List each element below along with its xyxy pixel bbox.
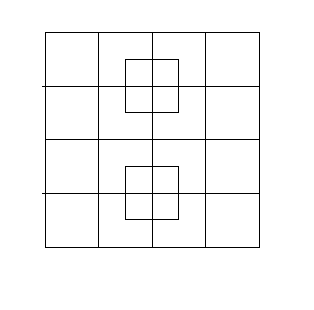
diagram-canvas	[0, 0, 314, 310]
grid-cell-r3-c1	[46, 140, 99, 194]
grid-cell-r3-c4	[206, 140, 259, 194]
grid-cell-r1-c4	[206, 33, 259, 87]
grid-cell-r1-c1	[46, 33, 99, 87]
grid-cell-r4-c1	[46, 194, 99, 248]
grid-cell-r4-c4	[206, 194, 259, 248]
overlay-square-lower	[125, 166, 179, 220]
extended-gridline-left-overhang	[42, 193, 46, 194]
grid-cell-r2-c1	[46, 87, 99, 141]
grid-cell-r2-c4	[206, 87, 259, 141]
overlay-square-upper	[125, 59, 179, 113]
extended-gridline-left-overhang	[42, 86, 46, 87]
